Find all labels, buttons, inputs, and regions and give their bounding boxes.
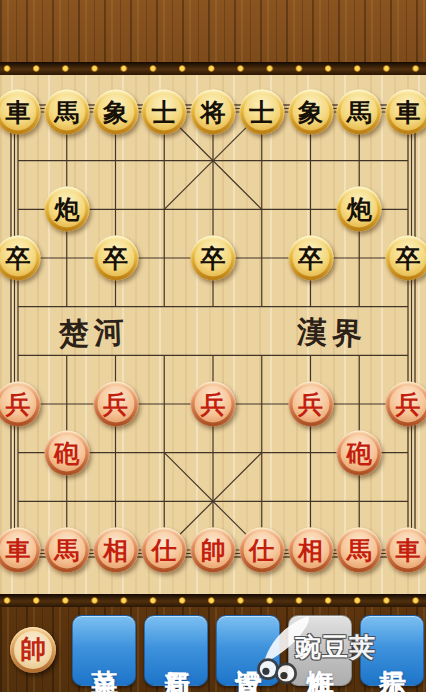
piece-character: 馬 xyxy=(48,532,85,569)
piece-character: 将 xyxy=(195,94,232,131)
piece-character: 兵 xyxy=(97,386,134,423)
piece-character: 砲 xyxy=(341,434,378,471)
piece-red-r10c2[interactable]: 馬 xyxy=(44,528,89,573)
piece-character: 兵 xyxy=(292,386,329,423)
piece-black-r4c7[interactable]: 卒 xyxy=(288,236,333,281)
piece-red-r7c5[interactable]: 兵 xyxy=(191,382,236,427)
piece-character: 象 xyxy=(97,94,134,131)
piece-black-r4c5[interactable]: 卒 xyxy=(191,236,236,281)
piece-black-r1c9[interactable]: 車 xyxy=(386,90,426,135)
river-label-han-jie: 漢界 xyxy=(291,313,372,354)
piece-red-r8c2[interactable]: 砲 xyxy=(44,430,89,475)
piece-red-r7c7[interactable]: 兵 xyxy=(288,382,333,427)
piece-red-r10c3[interactable]: 相 xyxy=(93,528,138,573)
piece-character: 卒 xyxy=(390,240,426,277)
piece-character: 炮 xyxy=(48,191,85,228)
piece-character: 車 xyxy=(390,94,426,131)
piece-black-r4c3[interactable]: 卒 xyxy=(93,236,138,281)
settings-button-label: 设置 xyxy=(235,648,262,654)
piece-black-r1c8[interactable]: 馬 xyxy=(337,90,382,135)
piece-character: 馬 xyxy=(341,532,378,569)
piece-character: 帥 xyxy=(195,532,232,569)
menu-button-label: 菜单 xyxy=(91,648,118,654)
piece-character: 車 xyxy=(0,532,37,569)
piece-character: 士 xyxy=(243,94,280,131)
piece-character: 砲 xyxy=(48,434,85,471)
hint-button-label: 提示 xyxy=(379,648,406,654)
piece-character: 象 xyxy=(292,94,329,131)
river-label-chu-he: 楚河 xyxy=(53,313,134,354)
undo-button[interactable]: 悔棋 xyxy=(288,615,352,686)
piece-character: 車 xyxy=(390,532,426,569)
piece-character: 仕 xyxy=(146,532,183,569)
piece-black-r1c7[interactable]: 象 xyxy=(288,90,333,135)
piece-red-r7c3[interactable]: 兵 xyxy=(93,382,138,427)
piece-character: 卒 xyxy=(292,240,329,277)
piece-character: 兵 xyxy=(195,386,232,423)
piece-character: 卒 xyxy=(97,240,134,277)
piece-character: 炮 xyxy=(341,191,378,228)
piece-black-r4c9[interactable]: 卒 xyxy=(386,236,426,281)
settings-button[interactable]: 设置 xyxy=(216,615,280,686)
piece-red-r10c8[interactable]: 馬 xyxy=(337,528,382,573)
piece-character: 卒 xyxy=(0,240,37,277)
piece-character: 仕 xyxy=(243,532,280,569)
piece-red-r10c6[interactable]: 仕 xyxy=(239,528,284,573)
piece-red-r10c5[interactable]: 帥 xyxy=(191,528,236,573)
piece-red-r10c7[interactable]: 相 xyxy=(288,528,333,573)
piece-red-r10c9[interactable]: 車 xyxy=(386,528,426,573)
new-game-button[interactable]: 新局 xyxy=(144,615,208,686)
piece-character: 士 xyxy=(146,94,183,131)
piece-character: 相 xyxy=(97,532,134,569)
turn-indicator-character: 帥 xyxy=(14,631,52,669)
piece-black-r1c6[interactable]: 士 xyxy=(239,90,284,135)
piece-character: 車 xyxy=(0,94,37,131)
hint-button[interactable]: 提示 xyxy=(360,615,424,686)
new-game-button-label: 新局 xyxy=(163,648,190,654)
xiangqi-app-screen: 楚河 漢界 車馬象士将士象馬車炮炮卒卒卒卒卒兵兵兵兵兵砲砲車馬相仕帥仕相馬車 帥… xyxy=(0,0,426,692)
piece-black-r1c4[interactable]: 士 xyxy=(142,90,187,135)
turn-indicator-piece: 帥 xyxy=(10,627,56,673)
piece-red-r8c8[interactable]: 砲 xyxy=(337,430,382,475)
piece-character: 卒 xyxy=(195,240,232,277)
piece-character: 馬 xyxy=(48,94,85,131)
piece-red-r10c4[interactable]: 仕 xyxy=(142,528,187,573)
undo-button-label: 悔棋 xyxy=(307,648,334,654)
piece-black-r1c3[interactable]: 象 xyxy=(93,90,138,135)
piece-black-r3c2[interactable]: 炮 xyxy=(44,187,89,232)
piece-character: 兵 xyxy=(0,386,37,423)
menu-button[interactable]: 菜单 xyxy=(72,615,136,686)
piece-character: 相 xyxy=(292,532,329,569)
piece-black-r1c5[interactable]: 将 xyxy=(191,90,236,135)
piece-character: 兵 xyxy=(390,386,426,423)
piece-black-r3c8[interactable]: 炮 xyxy=(337,187,382,232)
piece-red-r7c9[interactable]: 兵 xyxy=(386,382,426,427)
piece-black-r1c2[interactable]: 馬 xyxy=(44,90,89,135)
piece-character: 馬 xyxy=(341,94,378,131)
